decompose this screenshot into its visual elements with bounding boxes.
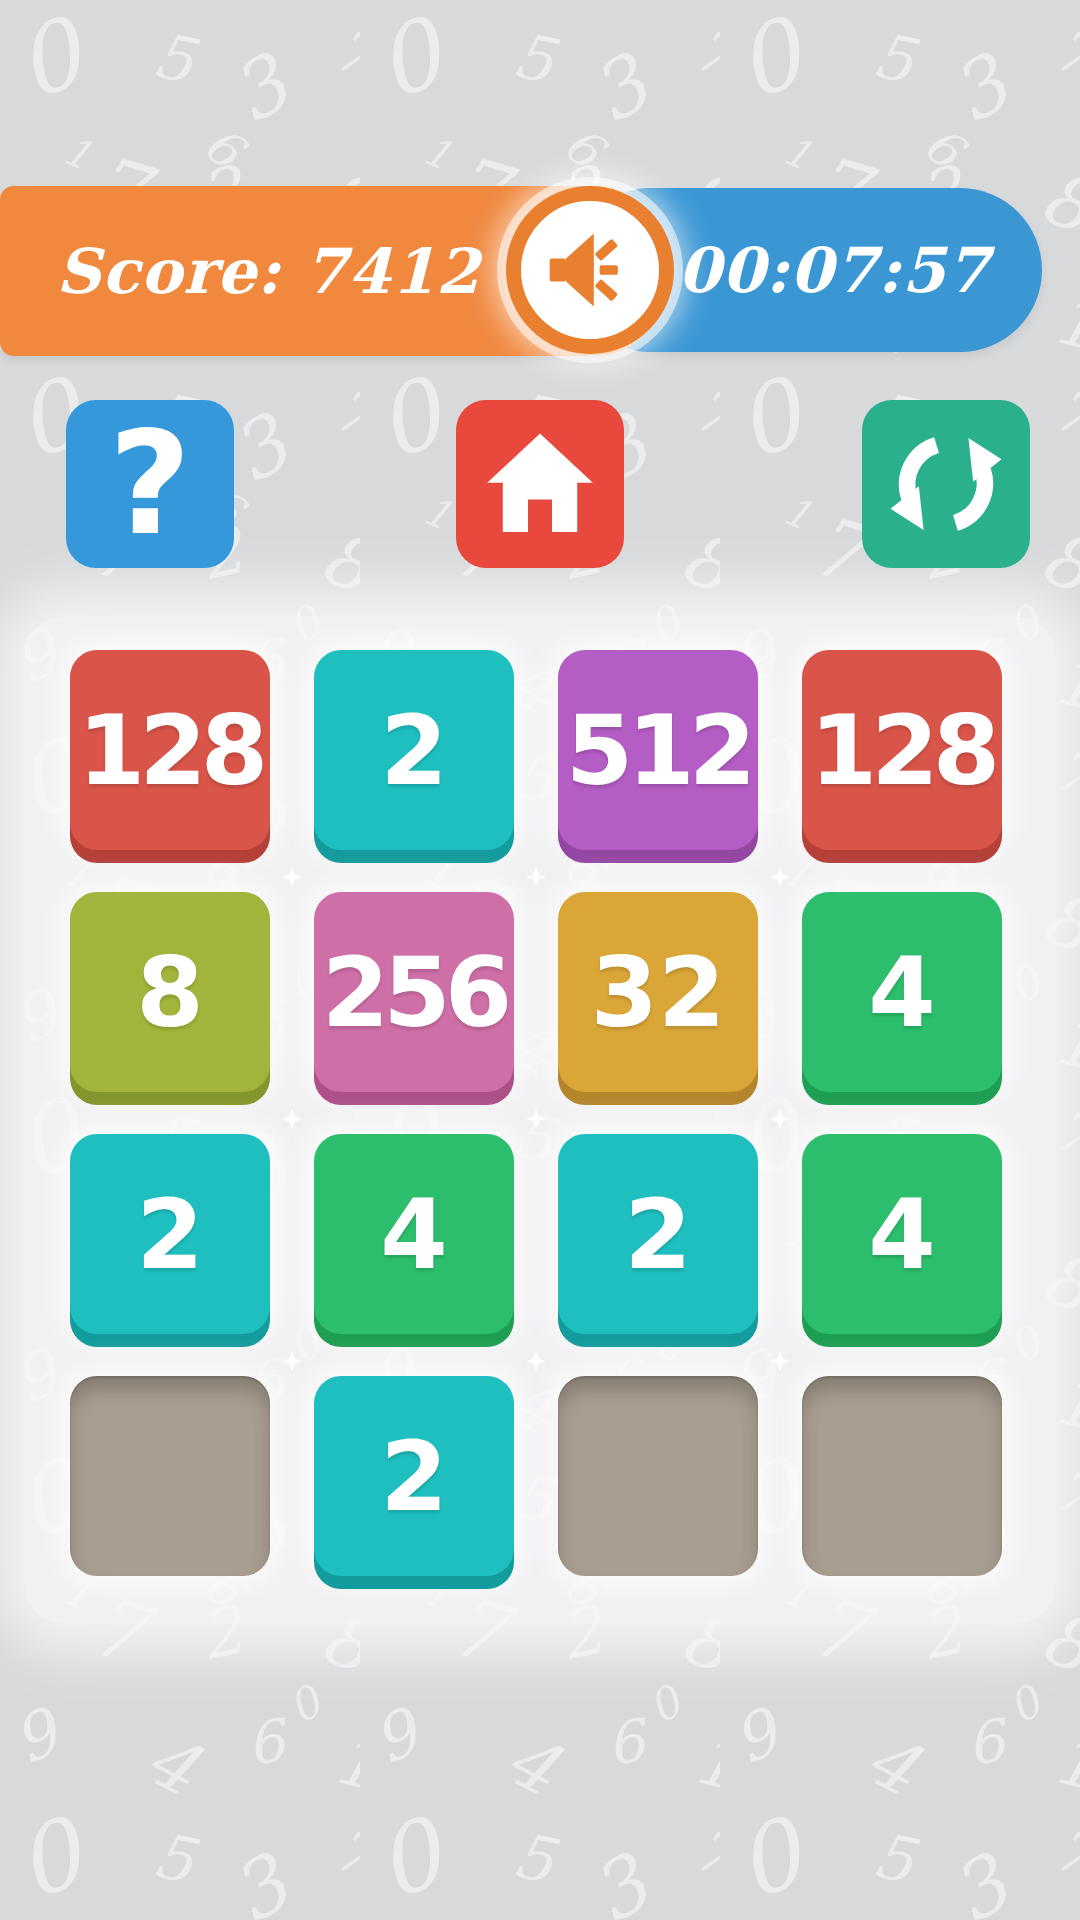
score-value: 7412 — [303, 235, 480, 308]
tile-2[interactable]: 2 — [558, 1134, 758, 1334]
tile-4[interactable]: 4 — [802, 1134, 1002, 1334]
score-label: Score: — [56, 235, 281, 308]
score-text: Score: 7412 — [0, 235, 480, 308]
tile-2[interactable]: 2 — [70, 1134, 270, 1334]
tile-512[interactable]: 512 — [558, 650, 758, 850]
tile-value: 4 — [868, 936, 936, 1049]
tile-2[interactable]: 2 — [314, 1376, 514, 1576]
tile-32[interactable]: 32 — [558, 892, 758, 1092]
tile-256[interactable]: 256 — [314, 892, 514, 1092]
tile-value: 128 — [810, 694, 994, 807]
tile-value: 2 — [136, 1178, 204, 1291]
tile-value: 128 — [78, 694, 262, 807]
help-button[interactable]: ? — [66, 400, 234, 568]
empty-cell — [70, 1376, 270, 1576]
home-button[interactable] — [456, 400, 624, 568]
tile-128[interactable]: 128 — [802, 650, 1002, 850]
speaker-icon — [542, 222, 638, 318]
tile-value: 2 — [380, 694, 448, 807]
empty-cell — [802, 1376, 1002, 1576]
tile-value: 32 — [591, 936, 726, 1049]
tile-value: 2 — [380, 1420, 448, 1533]
tile-2[interactable]: 2 — [314, 650, 514, 850]
tile-8[interactable]: 8 — [70, 892, 270, 1092]
home-icon — [480, 424, 600, 544]
sound-button[interactable] — [506, 186, 674, 354]
tile-value: 4 — [868, 1178, 936, 1291]
empty-cell — [558, 1376, 758, 1576]
tile-value: 512 — [566, 694, 750, 807]
restart-icon — [887, 425, 1005, 543]
tile-value: 256 — [322, 936, 506, 1049]
tile-128[interactable]: 128 — [70, 650, 270, 850]
tile-value: 4 — [380, 1178, 448, 1291]
tile-4[interactable]: 4 — [314, 1134, 514, 1334]
tile-value: 8 — [136, 936, 204, 1049]
tile-4[interactable]: 4 — [802, 892, 1002, 1092]
tile-value: 2 — [624, 1178, 692, 1291]
question-mark-icon: ? — [109, 400, 191, 568]
restart-button[interactable] — [862, 400, 1030, 568]
timer-value: 00:07:57 — [677, 234, 990, 307]
